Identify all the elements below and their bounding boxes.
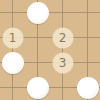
white-stone[interactable] [2, 52, 24, 74]
board-cell[interactable] [25, 25, 50, 50]
board-cell[interactable] [75, 75, 100, 100]
board-cell[interactable] [0, 75, 25, 100]
board-cell[interactable]: 2 [50, 25, 75, 50]
go-board: 123 [0, 0, 100, 100]
board-cell[interactable] [25, 75, 50, 100]
board-cell[interactable] [75, 25, 100, 50]
white-stone[interactable] [77, 77, 99, 99]
move-marker: 1 [2, 27, 23, 48]
move-marker: 3 [52, 52, 73, 73]
board-cell[interactable] [75, 0, 100, 25]
board-cell[interactable]: 1 [0, 25, 25, 50]
board-cell[interactable]: 3 [50, 50, 75, 75]
board-cell[interactable] [0, 50, 25, 75]
board-cell[interactable] [25, 0, 50, 25]
white-stone[interactable] [27, 77, 49, 99]
move-marker: 2 [52, 27, 73, 48]
board-cell[interactable] [75, 50, 100, 75]
board-cell[interactable] [50, 0, 75, 25]
board-cell[interactable] [0, 0, 25, 25]
board-cell[interactable] [50, 75, 75, 100]
board-cell[interactable] [25, 50, 50, 75]
white-stone[interactable] [27, 2, 49, 24]
